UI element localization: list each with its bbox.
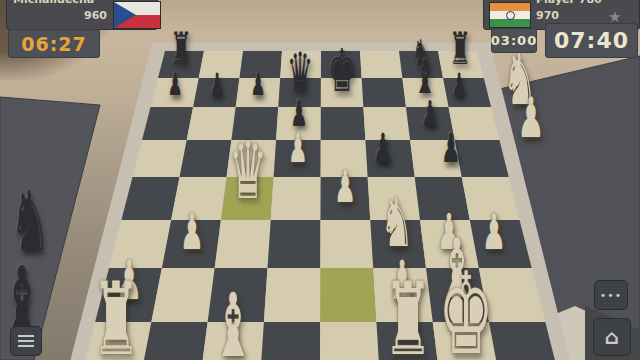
clock-right-main: 07:40 [545, 23, 638, 58]
player-rating-right: 970 [536, 9, 559, 22]
czech-flag-icon [113, 1, 161, 29]
chess-app-screen: ♞♝♞♟ ♜♞♜♟♟♟♛♚♝♟♟♟♟♟♟♛♟♟♞♟♟♟♟♝♜♝♜♚ Michai… [0, 0, 640, 360]
player-badge-left: Michaildecha 960 [6, 0, 158, 30]
menu-button[interactable] [10, 326, 42, 356]
clock-left: 06:27 [8, 29, 100, 58]
menu-icon [18, 335, 34, 347]
player-name-right: Player 786 [536, 0, 602, 6]
black-p-g6[interactable]: ♟ [379, 96, 481, 132]
home-button[interactable]: ⌂ [593, 318, 631, 356]
white-r-a1[interactable]: ♜ [65, 269, 167, 360]
square-a6[interactable] [142, 107, 193, 140]
white-k-g1[interactable]: ♚ [415, 257, 517, 360]
player-rating-left: 960 [61, 9, 107, 22]
square-a5[interactable] [132, 140, 186, 177]
black-p-g5[interactable]: ♟ [400, 127, 502, 167]
white-q-c4[interactable]: ♛ [197, 131, 299, 210]
more-options-button[interactable]: ••• [594, 280, 628, 310]
clock-right-small: 03:00 [491, 28, 537, 53]
square-d3[interactable] [268, 220, 321, 268]
player-name-left: Michaildecha [13, 0, 94, 6]
india-flag-icon [489, 2, 531, 28]
white-b-c1[interactable]: ♝ [182, 282, 284, 360]
white-p-b3[interactable]: ♟ [141, 206, 243, 256]
